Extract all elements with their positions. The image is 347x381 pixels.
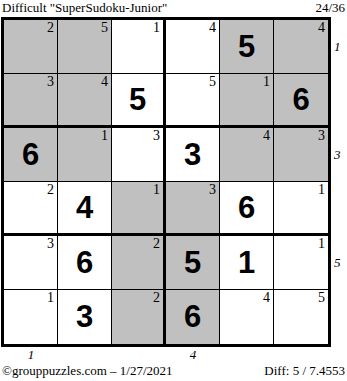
cell-r3c1[interactable]: 6 xyxy=(4,128,58,182)
cell-r6c4[interactable]: 6 xyxy=(166,290,220,344)
given-digit xyxy=(58,20,111,73)
cell-r2c1[interactable]: 3 xyxy=(4,74,58,128)
cell-r2c3[interactable]: 5 xyxy=(112,74,166,128)
difficulty-text: Diff: 5 / 7.4553 xyxy=(264,363,345,379)
given-digit xyxy=(4,236,57,289)
given-digit: 6 xyxy=(4,128,57,181)
cell-r3c6[interactable]: 3 xyxy=(274,128,328,182)
cell-r6c1[interactable]: 1 xyxy=(4,290,58,344)
given-digit xyxy=(4,74,57,125)
header: Difficult "SuperSudoku-Junior" 24/36 xyxy=(2,0,345,15)
copyright-text: ©grouppuzzles.com – 1/27/2021 xyxy=(2,363,173,379)
given-digit xyxy=(112,182,163,233)
cell-r1c5[interactable]: 5 xyxy=(220,20,274,74)
given-digit xyxy=(112,236,163,289)
cell-r3c5[interactable]: 4 xyxy=(220,128,274,182)
cell-r5c5[interactable]: 1 xyxy=(220,236,274,290)
given-digit xyxy=(4,290,57,344)
cell-r6c6[interactable]: 5 xyxy=(274,290,328,344)
row-label-3: 3 xyxy=(334,148,346,162)
given-digit xyxy=(274,182,328,233)
given-digit xyxy=(166,20,219,73)
given-digit: 5 xyxy=(112,74,163,125)
cell-r1c2[interactable]: 5 xyxy=(58,20,112,74)
footer: ©grouppuzzles.com – 1/27/2021 Diff: 5 / … xyxy=(2,363,345,379)
cell-r3c4[interactable]: 3 xyxy=(166,128,220,182)
given-digit: 5 xyxy=(220,20,273,73)
cells-remaining-counter: 24/36 xyxy=(315,0,345,16)
given-digit xyxy=(220,128,273,181)
cell-r5c3[interactable]: 2 xyxy=(112,236,166,290)
given-digit: 6 xyxy=(166,290,219,344)
given-digit: 1 xyxy=(220,236,273,289)
given-digit xyxy=(112,20,163,73)
given-digit xyxy=(112,290,163,344)
given-digit: 6 xyxy=(274,74,328,125)
given-digit xyxy=(4,20,57,73)
cell-r6c3[interactable]: 2 xyxy=(112,290,166,344)
cell-r2c4[interactable]: 5 xyxy=(166,74,220,128)
given-digit xyxy=(166,182,219,233)
row-label-5: 5 xyxy=(334,256,346,270)
given-digit xyxy=(274,236,328,289)
row-label-1: 1 xyxy=(334,40,346,54)
given-digit: 4 xyxy=(58,182,111,233)
cell-r5c2[interactable]: 6 xyxy=(58,236,112,290)
given-digit xyxy=(112,128,163,181)
cell-r4c3[interactable]: 1 xyxy=(112,182,166,236)
cell-r2c2[interactable]: 4 xyxy=(58,74,112,128)
puzzle-page: Difficult "SuperSudoku-Junior" 24/36 2 5… xyxy=(0,0,347,381)
cell-r4c6[interactable]: 1 xyxy=(274,182,328,236)
given-digit: 6 xyxy=(58,236,111,289)
given-digit xyxy=(58,128,111,181)
given-digit xyxy=(58,74,111,125)
given-digit xyxy=(4,182,57,233)
given-digit: 5 xyxy=(166,236,219,289)
cell-r4c5[interactable]: 6 xyxy=(220,182,274,236)
cell-r2c5[interactable]: 1 xyxy=(220,74,274,128)
cell-r6c2[interactable]: 3 xyxy=(58,290,112,344)
col-label-1: 1 xyxy=(28,348,35,362)
sudoku-board: 2 5 1 4 5 4 3 4 5 5 1 6 6 1 3 3 4 3 2 4 … xyxy=(1,17,331,347)
cell-r3c3[interactable]: 3 xyxy=(112,128,166,182)
cell-r1c6[interactable]: 4 xyxy=(274,20,328,74)
cell-r1c3[interactable]: 1 xyxy=(112,20,166,74)
given-digit: 3 xyxy=(58,290,111,344)
given-digit: 6 xyxy=(220,182,273,233)
cell-r5c4[interactable]: 5 xyxy=(166,236,220,290)
cell-r1c1[interactable]: 2 xyxy=(4,20,58,74)
cell-r4c1[interactable]: 2 xyxy=(4,182,58,236)
given-digit xyxy=(166,74,219,125)
cell-r2c6[interactable]: 6 xyxy=(274,74,328,128)
cell-r1c4[interactable]: 4 xyxy=(166,20,220,74)
cell-r4c2[interactable]: 4 xyxy=(58,182,112,236)
cell-r5c1[interactable]: 3 xyxy=(4,236,58,290)
given-digit xyxy=(220,290,273,344)
cell-r4c4[interactable]: 3 xyxy=(166,182,220,236)
given-digit xyxy=(274,290,328,344)
given-digit xyxy=(274,128,328,181)
cell-r6c5[interactable]: 4 xyxy=(220,290,274,344)
cell-r3c2[interactable]: 1 xyxy=(58,128,112,182)
given-digit xyxy=(220,74,273,125)
given-digit: 3 xyxy=(166,128,219,181)
col-label-4: 4 xyxy=(190,348,197,362)
given-digit xyxy=(274,20,328,73)
cell-r5c6[interactable]: 1 xyxy=(274,236,328,290)
page-title: Difficult "SuperSudoku-Junior" xyxy=(2,0,167,16)
